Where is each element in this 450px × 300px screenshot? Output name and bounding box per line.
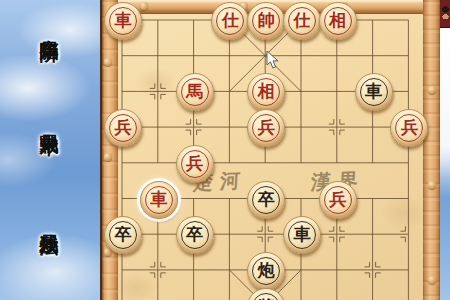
piece-char: 車 xyxy=(365,83,382,100)
piece-char: 帥 xyxy=(258,12,275,29)
piece-char: 車 xyxy=(150,191,167,208)
piece-char: 卒 xyxy=(258,191,275,208)
piece-char: 兵 xyxy=(329,191,346,208)
piece-char: 仕 xyxy=(222,12,239,29)
piece-red-soldier[interactable]: 兵 xyxy=(247,109,285,147)
piece-red-elephant[interactable]: 相 xyxy=(319,2,357,40)
piece-red-soldier[interactable]: 兵 xyxy=(176,145,214,183)
piece-black-general[interactable]: 將 xyxy=(247,288,285,300)
piece-char: 卒 xyxy=(186,226,203,243)
piece-char: 炮 xyxy=(258,262,275,279)
menu-item-endgame-kills[interactable]: 残局殺法 xyxy=(33,218,63,222)
piece-red-soldier[interactable]: 兵 xyxy=(319,181,357,219)
piece-red-horse[interactable]: 馬 xyxy=(176,73,214,111)
piece-char: 仕 xyxy=(294,12,311,29)
xiangqi-board[interactable]: 楚河 漢界 車仕帥仕相馬相車兵兵兵兵車卒兵卒卒車炮將 xyxy=(100,0,440,300)
piece-char: 車 xyxy=(294,226,311,243)
piece-black-soldier[interactable]: 卒 xyxy=(247,181,285,219)
piece-red-advisor[interactable]: 仕 xyxy=(211,2,249,40)
piece-black-soldier[interactable]: 卒 xyxy=(176,216,214,254)
piece-red-soldier[interactable]: 兵 xyxy=(390,109,428,147)
piece-red-elephant[interactable]: 相 xyxy=(247,73,285,111)
piece-red-general[interactable]: 帥 xyxy=(247,2,285,40)
piece-black-soldier[interactable]: 卒 xyxy=(104,216,142,254)
piece-char: 兵 xyxy=(258,119,275,136)
piece-black-cannon[interactable]: 炮 xyxy=(247,252,285,290)
piece-char: 卒 xyxy=(115,226,132,243)
menu-item-opening-traps[interactable]: 布局陷阱 xyxy=(33,25,63,29)
piece-char: 馬 xyxy=(186,83,203,100)
piece-char: 兵 xyxy=(186,155,203,172)
avatar-thumbnail[interactable] xyxy=(440,0,450,28)
piece-char: 相 xyxy=(258,83,275,100)
piece-char: 兵 xyxy=(401,119,418,136)
menu-item-midgame-tactics[interactable]: 中局戰术 xyxy=(33,118,63,122)
piece-black-chariot[interactable]: 車 xyxy=(283,216,321,254)
piece-red-soldier[interactable]: 兵 xyxy=(104,109,142,147)
piece-char: 車 xyxy=(115,12,132,29)
piece-char: 兵 xyxy=(115,119,132,136)
piece-red-advisor[interactable]: 仕 xyxy=(283,2,321,40)
right-panel-fragment xyxy=(440,26,450,198)
piece-char: 相 xyxy=(329,12,346,29)
piece-black-chariot[interactable]: 車 xyxy=(355,73,393,111)
pieces-layer: 車仕帥仕相馬相車兵兵兵兵車卒兵卒卒車炮將 xyxy=(100,0,440,300)
piece-red-chariot[interactable]: 車 xyxy=(140,181,178,219)
piece-red-chariot[interactable]: 車 xyxy=(104,2,142,40)
